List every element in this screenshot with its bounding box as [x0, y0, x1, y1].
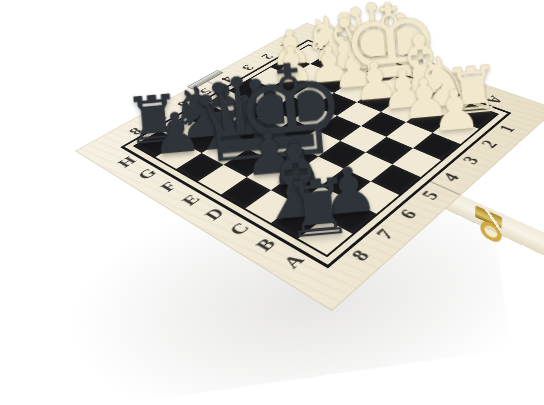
square-b5 — [344, 152, 393, 181]
product-photo-stage: HGFEDCBA1234567887654321HGFEDCBA♜♞♝♚♛♝♞♟… — [0, 0, 544, 405]
square-c5 — [318, 141, 365, 169]
square-f7 — [202, 138, 248, 165]
square-c7 — [271, 173, 321, 204]
square-b7 — [297, 186, 348, 219]
